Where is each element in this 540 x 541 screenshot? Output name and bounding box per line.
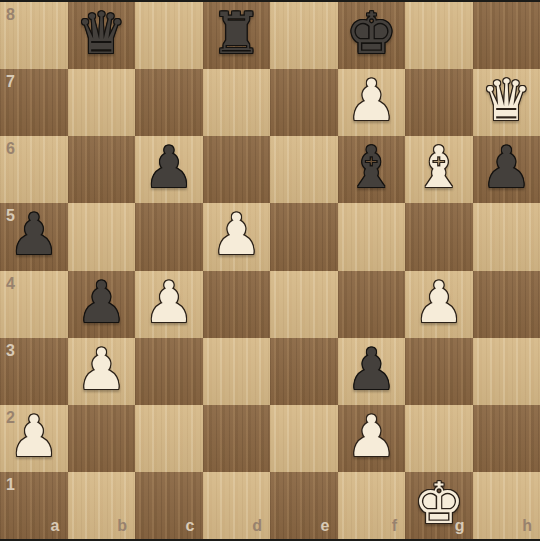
square-h8[interactable] [473, 2, 540, 69]
square-g6[interactable]: ♝ [405, 136, 473, 203]
square-h7[interactable]: ♛ [473, 69, 540, 136]
square-a8[interactable]: 8 [0, 2, 68, 69]
rank-label-1: 1 [6, 477, 15, 493]
file-label-b: b [117, 518, 127, 534]
square-b2[interactable] [68, 405, 136, 472]
square-d6[interactable] [203, 136, 271, 203]
square-g4[interactable]: ♟ [405, 271, 473, 338]
piece-black-pawn[interactable]: ♟ [481, 139, 532, 196]
square-b7[interactable] [68, 69, 136, 136]
square-c7[interactable] [135, 69, 203, 136]
square-e2[interactable] [270, 405, 338, 472]
square-h5[interactable] [473, 203, 540, 270]
piece-black-rook[interactable]: ♜ [211, 5, 262, 62]
piece-black-pawn[interactable]: ♟ [346, 341, 397, 398]
file-label-d: d [252, 518, 262, 534]
file-label-h: h [522, 518, 532, 534]
rank-label-3: 3 [6, 343, 15, 359]
square-c2[interactable] [135, 405, 203, 472]
square-a1[interactable]: 1a [0, 472, 68, 539]
piece-white-bishop[interactable]: ♝ [413, 139, 464, 196]
square-d2[interactable] [203, 405, 271, 472]
piece-white-pawn[interactable]: ♟ [413, 274, 464, 331]
piece-white-pawn[interactable]: ♟ [76, 341, 127, 398]
square-d8[interactable]: ♜ [203, 2, 271, 69]
square-c3[interactable] [135, 338, 203, 405]
chess-app: 8♛♜♚7♟♛6♟♝♝♟5♟♟4♟♟♟3♟♟2♟♟1abcdefg♚h [0, 0, 540, 541]
square-e5[interactable] [270, 203, 338, 270]
rank-label-4: 4 [6, 276, 15, 292]
square-b1[interactable]: b [68, 472, 136, 539]
piece-white-queen[interactable]: ♛ [481, 72, 532, 129]
square-b6[interactable] [68, 136, 136, 203]
piece-white-pawn[interactable]: ♟ [211, 206, 262, 263]
square-b8[interactable]: ♛ [68, 2, 136, 69]
square-e7[interactable] [270, 69, 338, 136]
square-c6[interactable]: ♟ [135, 136, 203, 203]
square-c5[interactable] [135, 203, 203, 270]
square-e6[interactable] [270, 136, 338, 203]
square-h3[interactable] [473, 338, 540, 405]
square-e1[interactable]: e [270, 472, 338, 539]
square-e3[interactable] [270, 338, 338, 405]
square-e4[interactable] [270, 271, 338, 338]
square-d3[interactable] [203, 338, 271, 405]
square-a7[interactable]: 7 [0, 69, 68, 136]
square-c1[interactable]: c [135, 472, 203, 539]
piece-white-pawn[interactable]: ♟ [346, 72, 397, 129]
square-b5[interactable] [68, 203, 136, 270]
piece-white-king[interactable]: ♚ [413, 475, 464, 532]
square-f6[interactable]: ♝ [338, 136, 406, 203]
square-h2[interactable] [473, 405, 540, 472]
rank-label-8: 8 [6, 7, 15, 23]
square-d5[interactable]: ♟ [203, 203, 271, 270]
piece-black-pawn[interactable]: ♟ [143, 139, 194, 196]
square-f3[interactable]: ♟ [338, 338, 406, 405]
file-label-c: c [186, 518, 195, 534]
piece-black-queen[interactable]: ♛ [76, 5, 127, 62]
piece-white-pawn[interactable]: ♟ [143, 274, 194, 331]
square-g1[interactable]: g♚ [405, 472, 473, 539]
square-h6[interactable]: ♟ [473, 136, 540, 203]
file-label-e: e [321, 518, 330, 534]
square-b3[interactable]: ♟ [68, 338, 136, 405]
piece-white-pawn[interactable]: ♟ [8, 408, 59, 465]
square-e8[interactable] [270, 2, 338, 69]
chess-board: 8♛♜♚7♟♛6♟♝♝♟5♟♟4♟♟♟3♟♟2♟♟1abcdefg♚h [0, 0, 540, 541]
square-f7[interactable]: ♟ [338, 69, 406, 136]
square-d4[interactable] [203, 271, 271, 338]
square-g3[interactable] [405, 338, 473, 405]
square-a6[interactable]: 6 [0, 136, 68, 203]
piece-black-king[interactable]: ♚ [346, 5, 397, 62]
piece-black-bishop[interactable]: ♝ [346, 139, 397, 196]
file-label-a: a [51, 518, 60, 534]
square-a5[interactable]: 5♟ [0, 203, 68, 270]
square-g7[interactable] [405, 69, 473, 136]
square-d7[interactable] [203, 69, 271, 136]
square-f1[interactable]: f [338, 472, 406, 539]
square-d1[interactable]: d [203, 472, 271, 539]
piece-black-pawn[interactable]: ♟ [8, 206, 59, 263]
square-b4[interactable]: ♟ [68, 271, 136, 338]
square-f5[interactable] [338, 203, 406, 270]
square-f8[interactable]: ♚ [338, 2, 406, 69]
piece-black-pawn[interactable]: ♟ [76, 274, 127, 331]
square-g8[interactable] [405, 2, 473, 69]
square-a4[interactable]: 4 [0, 271, 68, 338]
piece-white-pawn[interactable]: ♟ [346, 408, 397, 465]
file-label-f: f [392, 518, 397, 534]
square-g2[interactable] [405, 405, 473, 472]
square-f4[interactable] [338, 271, 406, 338]
rank-label-6: 6 [6, 141, 15, 157]
square-f2[interactable]: ♟ [338, 405, 406, 472]
square-g5[interactable] [405, 203, 473, 270]
square-c4[interactable]: ♟ [135, 271, 203, 338]
square-c8[interactable] [135, 2, 203, 69]
square-a3[interactable]: 3 [0, 338, 68, 405]
square-a2[interactable]: 2♟ [0, 405, 68, 472]
square-h4[interactable] [473, 271, 540, 338]
rank-label-7: 7 [6, 74, 15, 90]
square-h1[interactable]: h [473, 472, 540, 539]
